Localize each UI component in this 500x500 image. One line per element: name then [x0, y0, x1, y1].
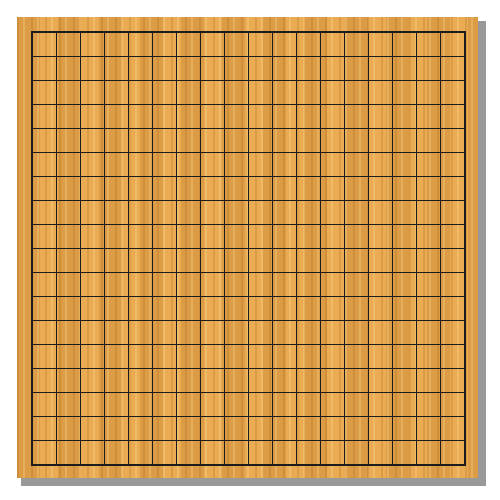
- go-board[interactable]: [17, 17, 478, 478]
- go-diagram-page: [0, 0, 500, 500]
- grid-lines: [32, 32, 465, 465]
